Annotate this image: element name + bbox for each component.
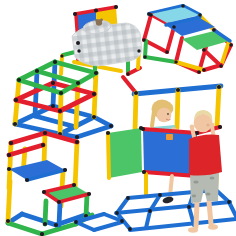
boy-foot	[208, 224, 218, 230]
toy-cup	[166, 134, 173, 140]
boy-hand	[190, 125, 195, 130]
gym-top-tubes	[19, 62, 96, 93]
playset-product-photo	[0, 0, 236, 236]
boy-red-shirt	[189, 135, 222, 176]
boy-ear	[206, 123, 209, 126]
playset-illustration	[0, 0, 236, 236]
boy-camo-shorts	[190, 171, 219, 203]
girl-eye	[167, 113, 169, 115]
girl-leg-and-shoe	[162, 176, 174, 204]
desk-bench-build	[142, 4, 233, 74]
play-stand-build	[74, 77, 236, 233]
stand-green-panel	[108, 128, 142, 178]
boy-foot	[188, 227, 198, 233]
